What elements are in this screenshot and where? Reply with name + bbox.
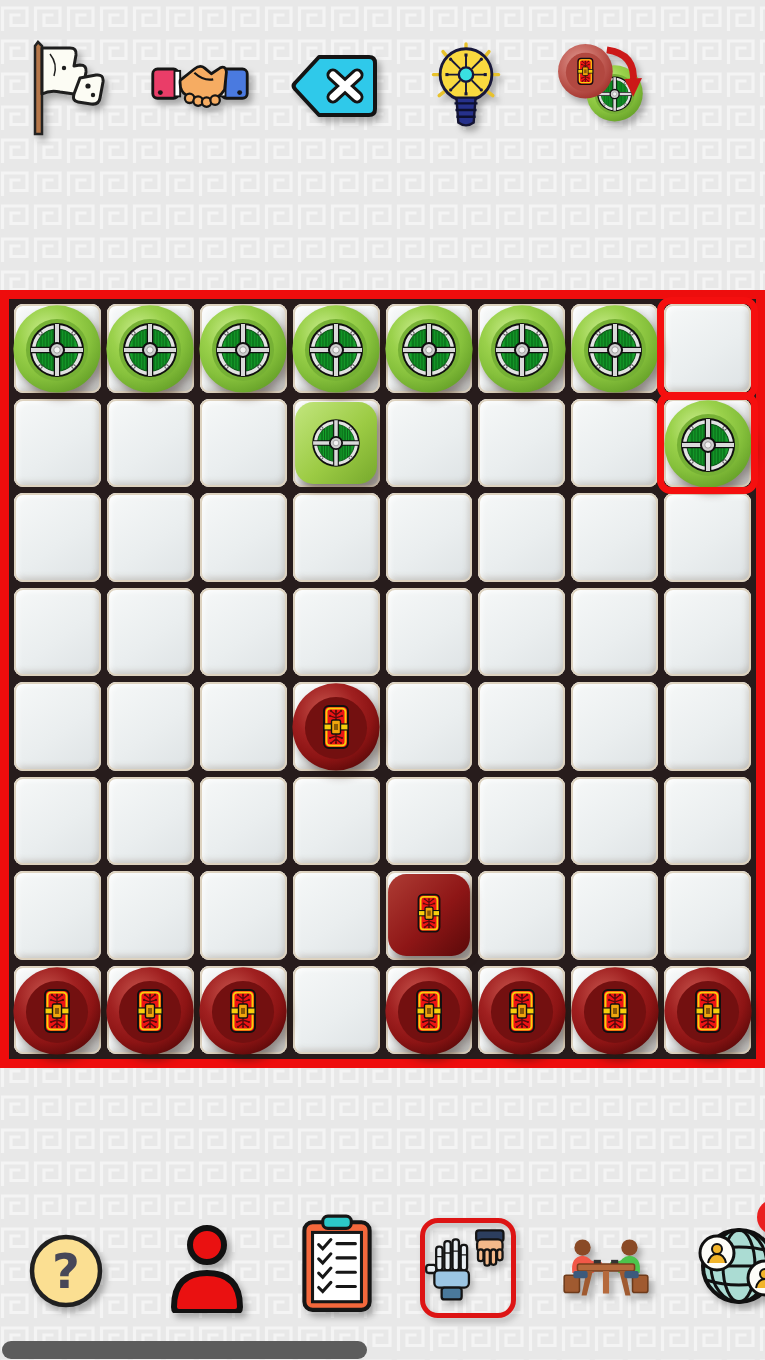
backspace-x-icon [294, 57, 376, 115]
latrunculi-board [0, 290, 765, 1068]
board-cell-f4[interactable] [478, 682, 565, 771]
system-gesture-bar[interactable] [2, 1341, 367, 1359]
red-soldier-piece[interactable] [566, 961, 663, 1058]
board-cell-h8[interactable] [664, 304, 751, 393]
board-cell-e8[interactable] [386, 304, 473, 393]
green-soldier-piece[interactable] [659, 394, 756, 491]
board-cell-e6[interactable] [386, 493, 473, 582]
green-soldier-piece[interactable] [102, 300, 199, 397]
board-cell-e2[interactable] [386, 871, 473, 960]
board-cell-d5[interactable] [293, 588, 380, 677]
board-cell-c7[interactable] [200, 399, 287, 488]
board-cell-b1[interactable] [107, 966, 194, 1055]
two-players-at-table-icon [564, 1239, 648, 1295]
vs-computer-button[interactable] [420, 1218, 516, 1318]
board-cell-g8[interactable] [571, 304, 658, 393]
board-cell-f2[interactable] [478, 871, 565, 960]
lightbulb-ai-icon [433, 44, 498, 125]
board-cell-e3[interactable] [386, 777, 473, 866]
board-cell-c8[interactable] [200, 304, 287, 393]
board-cell-c2[interactable] [200, 871, 287, 960]
surrender-flag-button[interactable] [26, 38, 110, 136]
board-cell-b8[interactable] [107, 304, 194, 393]
pieces-undo-arrow-icon [558, 44, 643, 122]
white-flag-icon [35, 42, 103, 134]
player-avatar [700, 1236, 734, 1270]
board-cell-d6[interactable] [293, 493, 380, 582]
board-cell-c6[interactable] [200, 493, 287, 582]
board-cell-e4[interactable] [386, 682, 473, 771]
green-soldier-piece[interactable] [195, 300, 292, 397]
close-button[interactable] [290, 53, 380, 119]
board-cell-a7[interactable] [14, 399, 101, 488]
board-cell-a5[interactable] [14, 588, 101, 677]
board-cell-d8[interactable] [293, 304, 380, 393]
help-button[interactable]: ? [27, 1232, 105, 1310]
board-cell-f5[interactable] [478, 588, 565, 677]
board-cell-b2[interactable] [107, 871, 194, 960]
board-cell-e7[interactable] [386, 399, 473, 488]
board-cell-h2[interactable] [664, 871, 751, 960]
board-cell-e1[interactable] [386, 966, 473, 1055]
board-cell-c5[interactable] [200, 588, 287, 677]
board-cell-e5[interactable] [386, 588, 473, 677]
board-cell-c1[interactable] [200, 966, 287, 1055]
undo-move-button[interactable] [552, 42, 650, 124]
board-cell-g2[interactable] [571, 871, 658, 960]
person-icon [174, 1228, 240, 1312]
board-cell-h3[interactable] [664, 777, 751, 866]
red-soldier-piece[interactable] [288, 678, 385, 775]
green-soldier-piece[interactable] [288, 300, 385, 397]
board-cell-a1[interactable] [14, 966, 101, 1055]
question-mark-icon: ? [32, 1237, 100, 1305]
green-soldier-piece[interactable] [380, 300, 477, 397]
board-cell-a8[interactable] [14, 304, 101, 393]
robot-hand-vs-human-hand-icon [425, 1223, 511, 1313]
board-cell-g6[interactable] [571, 493, 658, 582]
green-dux-piece[interactable] [291, 397, 382, 488]
notification-badge [757, 1199, 765, 1235]
board-cell-d4[interactable] [293, 682, 380, 771]
board-cell-a2[interactable] [14, 871, 101, 960]
board-cell-b6[interactable] [107, 493, 194, 582]
board-cell-g3[interactable] [571, 777, 658, 866]
board-cell-h4[interactable] [664, 682, 751, 771]
rules-button[interactable] [298, 1210, 376, 1316]
board-cell-a3[interactable] [14, 777, 101, 866]
game-screen: ? [0, 0, 765, 1360]
handshake-icon [153, 66, 247, 106]
board-cell-h7[interactable] [664, 399, 751, 488]
green-soldier-piece[interactable] [566, 300, 663, 397]
red-soldier-piece[interactable] [380, 961, 477, 1058]
board-cell-g4[interactable] [571, 682, 658, 771]
board-cell-b5[interactable] [107, 588, 194, 677]
board-cell-h6[interactable] [664, 493, 751, 582]
red-soldier-piece[interactable] [659, 961, 756, 1058]
board-cell-a4[interactable] [14, 682, 101, 771]
board-cell-a6[interactable] [14, 493, 101, 582]
board-cell-f7[interactable] [478, 399, 565, 488]
green-soldier-piece[interactable] [473, 300, 570, 397]
question-mark-glyph: ? [52, 1243, 80, 1299]
board-cell-b4[interactable] [107, 682, 194, 771]
hint-button[interactable] [430, 42, 502, 134]
board-cell-g1[interactable] [571, 966, 658, 1055]
red-soldier-piece[interactable] [102, 961, 199, 1058]
board-cell-g7[interactable] [571, 399, 658, 488]
checklist-clipboard-icon [304, 1216, 369, 1310]
board-cell-f6[interactable] [478, 493, 565, 582]
green-soldier-piece[interactable] [9, 300, 106, 397]
board-cell-c3[interactable] [200, 777, 287, 866]
globe-players-icon [700, 1199, 765, 1302]
online-play-button[interactable] [690, 1196, 765, 1316]
board-cell-f3[interactable] [478, 777, 565, 866]
red-soldier-piece[interactable] [9, 961, 106, 1058]
red-soldier-piece[interactable] [473, 961, 570, 1058]
board-cell-b3[interactable] [107, 777, 194, 866]
draw-offer-button[interactable] [146, 52, 254, 120]
board-cell-g5[interactable] [571, 588, 658, 677]
board-cell-d7[interactable] [293, 399, 380, 488]
board-cell-d3[interactable] [293, 777, 380, 866]
red-soldier-piece[interactable] [195, 961, 292, 1058]
board-cell-d2[interactable] [293, 871, 380, 960]
board-cell-c4[interactable] [200, 682, 287, 771]
board-cell-f1[interactable] [478, 966, 565, 1055]
board-cell-f8[interactable] [478, 304, 565, 393]
red-dux-piece[interactable] [383, 870, 474, 961]
local-two-players-button[interactable] [556, 1236, 656, 1300]
board-cell-d1[interactable] [293, 966, 380, 1055]
profile-button[interactable] [166, 1221, 248, 1313]
board-cell-h5[interactable] [664, 588, 751, 677]
board-cell-h1[interactable] [664, 966, 751, 1055]
board-cell-b7[interactable] [107, 399, 194, 488]
